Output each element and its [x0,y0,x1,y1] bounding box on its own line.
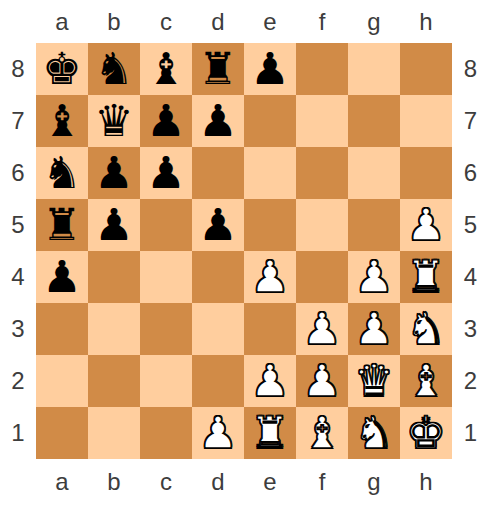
file-label-bottom-d: d [192,459,244,505]
rank-label-right-2: 2 [452,355,489,407]
square-h2[interactable]: ♝ [400,355,452,407]
square-d8[interactable]: ♜ [192,43,244,95]
square-f7[interactable] [296,95,348,147]
square-e5[interactable] [244,199,296,251]
square-b6[interactable]: ♟ [88,147,140,199]
file-label-top-c: c [140,0,192,43]
square-c7[interactable]: ♟ [140,95,192,147]
square-c5[interactable] [140,199,192,251]
rank-label-left-5: 5 [0,199,36,251]
square-d1[interactable]: ♟ [192,407,244,459]
black-pawn[interactable]: ♟ [94,199,133,251]
white-pawn[interactable]: ♟ [302,355,341,407]
square-d2[interactable] [192,355,244,407]
file-label-bottom-g: g [348,459,400,505]
file-label-top-d: d [192,0,244,43]
square-a8[interactable]: ♚ [36,43,88,95]
square-e6[interactable] [244,147,296,199]
rank-label-right-6: 6 [452,147,489,199]
square-e7[interactable] [244,95,296,147]
white-rook[interactable]: ♜ [250,407,289,459]
square-c1[interactable] [140,407,192,459]
black-rook[interactable]: ♜ [42,199,81,251]
chess-board-grid: abcdefgh8♚♞♝♜♟87♝♛♟♟76♞♟♟65♜♟♟♟54♟♟♟♜43♟… [0,0,489,505]
file-label-bottom-e: e [244,459,296,505]
black-pawn[interactable]: ♟ [94,147,133,199]
corner-bottom-left [0,459,36,505]
file-label-top-h: h [400,0,452,43]
square-c3[interactable] [140,303,192,355]
square-f8[interactable] [296,43,348,95]
square-a2[interactable] [36,355,88,407]
square-f6[interactable] [296,147,348,199]
square-h6[interactable] [400,147,452,199]
square-a7[interactable]: ♝ [36,95,88,147]
black-pawn[interactable]: ♟ [198,199,237,251]
square-h8[interactable] [400,43,452,95]
rank-label-right-1: 1 [452,407,489,459]
white-pawn[interactable]: ♟ [354,251,393,303]
chess-diagram: abcdefgh8♚♞♝♜♟87♝♛♟♟76♞♟♟65♜♟♟♟54♟♟♟♜43♟… [0,0,489,505]
square-g1[interactable]: ♞ [348,407,400,459]
square-b8[interactable]: ♞ [88,43,140,95]
square-g4[interactable]: ♟ [348,251,400,303]
black-rook[interactable]: ♜ [198,43,237,95]
square-h5[interactable]: ♟ [400,199,452,251]
white-bishop[interactable]: ♝ [406,355,445,407]
rank-label-left-1: 1 [0,407,36,459]
square-g8[interactable] [348,43,400,95]
rank-label-right-7: 7 [452,95,489,147]
rank-label-left-4: 4 [0,251,36,303]
square-d7[interactable]: ♟ [192,95,244,147]
square-f2[interactable]: ♟ [296,355,348,407]
black-pawn[interactable]: ♟ [146,147,185,199]
file-label-bottom-c: c [140,459,192,505]
white-rook[interactable]: ♜ [406,251,445,303]
file-label-bottom-h: h [400,459,452,505]
file-label-top-b: b [88,0,140,43]
rank-label-left-8: 8 [0,43,36,95]
square-h4[interactable]: ♜ [400,251,452,303]
rank-label-right-8: 8 [452,43,489,95]
square-g7[interactable] [348,95,400,147]
square-c8[interactable]: ♝ [140,43,192,95]
square-b5[interactable]: ♟ [88,199,140,251]
square-a1[interactable] [36,407,88,459]
white-pawn[interactable]: ♟ [354,303,393,355]
square-b1[interactable] [88,407,140,459]
square-a3[interactable] [36,303,88,355]
black-pawn[interactable]: ♟ [198,95,237,147]
square-d3[interactable] [192,303,244,355]
square-e4[interactable]: ♟ [244,251,296,303]
black-bishop[interactable]: ♝ [42,95,81,147]
square-e8[interactable]: ♟ [244,43,296,95]
rank-label-left-3: 3 [0,303,36,355]
rank-label-right-4: 4 [452,251,489,303]
white-pawn[interactable]: ♟ [302,303,341,355]
rank-label-left-6: 6 [0,147,36,199]
square-e3[interactable] [244,303,296,355]
corner-top-right [452,0,489,43]
square-c4[interactable] [140,251,192,303]
square-g5[interactable] [348,199,400,251]
white-queen[interactable]: ♛ [354,355,393,407]
square-g6[interactable] [348,147,400,199]
rank-label-right-5: 5 [452,199,489,251]
file-label-top-e: e [244,0,296,43]
square-b3[interactable] [88,303,140,355]
rank-label-right-3: 3 [452,303,489,355]
square-f4[interactable] [296,251,348,303]
square-h3[interactable]: ♞ [400,303,452,355]
square-c6[interactable]: ♟ [140,147,192,199]
square-e1[interactable]: ♜ [244,407,296,459]
square-a5[interactable]: ♜ [36,199,88,251]
white-pawn[interactable]: ♟ [406,199,445,251]
square-h1[interactable]: ♚ [400,407,452,459]
square-a4[interactable]: ♟ [36,251,88,303]
file-label-bottom-b: b [88,459,140,505]
white-knight[interactable]: ♞ [406,303,445,355]
square-f1[interactable]: ♝ [296,407,348,459]
square-e2[interactable]: ♟ [244,355,296,407]
square-b7[interactable]: ♛ [88,95,140,147]
square-f5[interactable] [296,199,348,251]
white-pawn[interactable]: ♟ [198,407,237,459]
black-knight[interactable]: ♞ [42,147,81,199]
white-king[interactable]: ♚ [406,407,445,459]
square-d4[interactable] [192,251,244,303]
corner-top-left [0,0,36,43]
corner-bottom-right [452,459,489,505]
square-d6[interactable] [192,147,244,199]
square-g2[interactable]: ♛ [348,355,400,407]
file-label-top-a: a [36,0,88,43]
white-pawn[interactable]: ♟ [250,355,289,407]
file-label-top-g: g [348,0,400,43]
square-a6[interactable]: ♞ [36,147,88,199]
black-queen[interactable]: ♛ [94,95,133,147]
black-pawn[interactable]: ♟ [250,43,289,95]
rank-label-left-2: 2 [0,355,36,407]
square-g3[interactable]: ♟ [348,303,400,355]
white-knight[interactable]: ♞ [354,407,393,459]
white-pawn[interactable]: ♟ [250,251,289,303]
square-f3[interactable]: ♟ [296,303,348,355]
black-bishop[interactable]: ♝ [146,43,185,95]
square-b4[interactable] [88,251,140,303]
square-b2[interactable] [88,355,140,407]
square-c2[interactable] [140,355,192,407]
black-pawn[interactable]: ♟ [42,251,81,303]
black-knight[interactable]: ♞ [94,43,133,95]
file-label-top-f: f [296,0,348,43]
black-pawn[interactable]: ♟ [146,95,185,147]
square-h7[interactable] [400,95,452,147]
square-d5[interactable]: ♟ [192,199,244,251]
black-king[interactable]: ♚ [42,43,81,95]
file-label-bottom-f: f [296,459,348,505]
white-bishop[interactable]: ♝ [302,407,341,459]
file-label-bottom-a: a [36,459,88,505]
rank-label-left-7: 7 [0,95,36,147]
